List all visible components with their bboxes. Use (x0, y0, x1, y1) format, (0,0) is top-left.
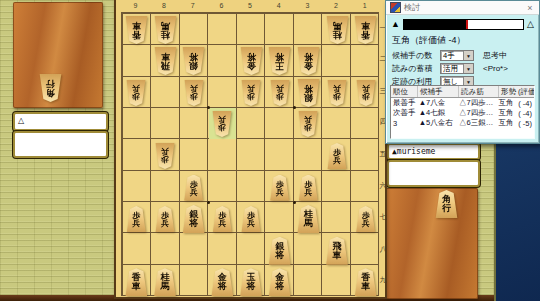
piece-sente-25[interactable]: 歩兵 (327, 143, 347, 169)
chevron-down-icon[interactable]: ▼ (463, 51, 473, 60)
piece-sente-37[interactable]: 桂馬 (297, 205, 320, 233)
candidate-count-row: 候補手の数 4手 ▼ 思考中 (386, 49, 539, 62)
file-label: 2 (322, 1, 351, 11)
file-label: 9 (121, 1, 150, 11)
piece-gote-33[interactable]: 銀将 (297, 79, 320, 107)
eval-marker (466, 20, 468, 29)
piece-sente-48[interactable]: 銀将 (268, 237, 291, 265)
piece-sente-87[interactable]: 歩兵 (155, 206, 175, 232)
analysis-window-titlebar[interactable]: 検討 × (386, 1, 539, 15)
file-label: 4 (264, 1, 293, 11)
candidate-move-row[interactable]: 最善手▲7八金△7四歩…互角( -4) (391, 98, 534, 108)
gote-mark: △ (18, 116, 24, 125)
piece-gote-82[interactable]: 飛車 (154, 47, 177, 75)
candidate-move-row[interactable]: 次善手▲4七銀△7四歩…互角( -4) (391, 108, 534, 118)
piece-gote-53[interactable]: 歩兵 (241, 80, 261, 106)
sente-name: muriseme (397, 147, 436, 156)
verdict-cell: 互角 (497, 108, 517, 118)
piece-sente-99[interactable]: 香車 (125, 268, 148, 296)
piece-sente-89[interactable]: 桂馬 (154, 268, 177, 296)
candidate-move-row[interactable]: 3▲5八金右△6三銀…互角( -5) (391, 118, 534, 128)
thinking-status: 思考中 (474, 50, 507, 61)
piece-gote-81[interactable]: 桂馬 (154, 16, 177, 44)
column-header: 順位 (391, 86, 417, 97)
gote-name-plate: △ (13, 112, 108, 131)
piece-gote-32[interactable]: 金将 (297, 47, 320, 75)
piece-sente-36[interactable]: 歩兵 (298, 175, 318, 201)
piece-gote-13[interactable]: 歩兵 (356, 80, 376, 106)
pv-cell: △7四歩… (457, 98, 496, 108)
piece-sente-77[interactable]: 銀将 (182, 205, 205, 233)
candidate-count-label: 候補手の数 (392, 50, 440, 61)
gote-info-plate (13, 131, 108, 158)
rank-cell: 3 (391, 119, 417, 128)
piece-gote-72[interactable]: 銀将 (182, 47, 205, 75)
read-accumulation-select[interactable]: 活用 ▼ (440, 63, 474, 74)
piece-gote-91[interactable]: 香車 (125, 16, 148, 44)
read-accumulation-label: 読みの蓄積 (392, 63, 440, 74)
white-mark: △ (527, 19, 534, 29)
file-label: 6 (207, 1, 236, 11)
sente-info-plate (387, 160, 480, 187)
eval-black-portion (404, 20, 466, 29)
move-cell: ▲7八金 (417, 98, 457, 108)
file-label: 1 (350, 1, 379, 11)
rank-label: 七 (379, 201, 387, 233)
hoshi-dot (207, 201, 210, 204)
piece-sente-49[interactable]: 金将 (268, 268, 291, 296)
column-header: 読み筋 (458, 86, 498, 97)
chevron-down-icon[interactable]: ▼ (463, 64, 473, 73)
piece-gote-93[interactable]: 歩兵 (126, 80, 146, 106)
rank-label: 八 (379, 233, 387, 265)
file-label: 5 (236, 1, 265, 11)
app-icon (390, 2, 401, 13)
shogi-board: 987654321 一二三四五六七八九 香車桂馬桂馬香車飛車銀将金将王将金将歩兵… (114, 0, 387, 299)
piece-gote-73[interactable]: 歩兵 (184, 80, 204, 106)
rank-label: 六 (379, 170, 387, 202)
score-cell: ( -5) (516, 119, 534, 128)
pv-cell: △7四歩… (457, 108, 496, 118)
candidate-moves-table: 順位候補手読み筋形勢 (評価値) 最善手▲7八金△7四歩…互角( -4)次善手▲… (390, 85, 535, 139)
piece-gote-34[interactable]: 歩兵 (298, 111, 318, 137)
piece-gote-11[interactable]: 香車 (354, 16, 377, 44)
file-label: 8 (150, 1, 179, 11)
analysis-window: 検討 × ▲ △ 互角（評価値 -4） 候補手の数 4手 ▼ 思考中 読みの蓄積… (385, 0, 540, 144)
piece-sente-46[interactable]: 歩兵 (270, 175, 290, 201)
read-accumulation-row: 読みの蓄積 活用 ▼ <Pro*> (386, 62, 539, 75)
piece-gote-52[interactable]: 金将 (240, 47, 263, 75)
table-header: 順位候補手読み筋形勢 (評価値) (391, 86, 534, 98)
pv-cell: △6三銀… (457, 118, 496, 128)
black-mark: ▲ (391, 19, 400, 29)
piece-sente-76[interactable]: 歩兵 (184, 175, 204, 201)
verdict-cell: 互角 (497, 118, 517, 128)
close-icon[interactable]: × (525, 3, 535, 13)
piece-sente-28[interactable]: 飛車 (326, 237, 349, 265)
column-header: 候補手 (417, 86, 458, 97)
hoshi-dot (293, 201, 296, 204)
rank-label: 九 (379, 265, 387, 297)
candidate-count-select[interactable]: 4手 ▼ (440, 50, 474, 61)
file-labels: 987654321 (121, 1, 379, 11)
move-cell: ▲4七銀 (417, 108, 457, 118)
piece-sente-97[interactable]: 歩兵 (126, 206, 146, 232)
piece-sente-19[interactable]: 香車 (354, 268, 377, 296)
eval-bar-row: ▲ △ (386, 15, 539, 30)
verdict-cell: 互角 (497, 98, 517, 108)
piece-sente-69[interactable]: 金将 (211, 268, 234, 296)
move-cell: ▲5八金右 (417, 118, 457, 128)
file-label: 3 (293, 1, 322, 11)
piece-gote-64[interactable]: 歩兵 (212, 111, 232, 137)
piece-gote-43[interactable]: 歩兵 (270, 80, 290, 106)
score-cell: ( -4) (516, 109, 534, 118)
board-grid[interactable]: 香車桂馬桂馬香車飛車銀将金将王将金将歩兵歩兵歩兵歩兵銀将歩兵歩兵歩兵歩兵歩兵歩兵… (121, 12, 379, 296)
sente-piece-stand[interactable]: 角行 (385, 188, 478, 299)
score-cell: ( -4) (516, 99, 534, 108)
piece-gote-85[interactable]: 歩兵 (155, 143, 175, 169)
piece-gote-42[interactable]: 王将 (268, 47, 291, 75)
piece-sente-67[interactable]: 歩兵 (212, 206, 232, 232)
piece-sente-17[interactable]: 歩兵 (356, 206, 376, 232)
engine-level: <Pro*> (474, 64, 508, 73)
hoshi-dot (293, 106, 296, 109)
piece-gote-21[interactable]: 桂馬 (326, 16, 349, 44)
column-header: 形勢 (評価値) (498, 86, 534, 97)
file-label: 7 (178, 1, 207, 11)
piece-sente-59[interactable]: 玉将 (240, 268, 263, 296)
rank-cell: 最善手 (391, 98, 417, 108)
evaluation-bar (403, 19, 524, 30)
piece-sente-hand[interactable]: 角行 (435, 190, 458, 218)
piece-gote-23[interactable]: 歩兵 (327, 80, 347, 106)
verdict-text: 互角（評価値 -4） (392, 34, 539, 47)
piece-gote-hand[interactable]: 角行 (39, 74, 62, 102)
hoshi-dot (207, 106, 210, 109)
window-title: 検討 (404, 2, 525, 13)
piece-sente-57[interactable]: 歩兵 (241, 206, 261, 232)
sente-name-plate: ▲muriseme (387, 143, 480, 160)
rank-cell: 次善手 (391, 108, 417, 118)
gote-piece-stand[interactable]: 角行 (13, 2, 103, 108)
